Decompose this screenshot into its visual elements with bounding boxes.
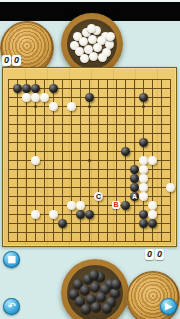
grid-line-v (134, 79, 135, 242)
black-stone (22, 84, 31, 93)
black-tray-stone (91, 302, 101, 312)
white-stone (49, 210, 58, 219)
white-tray-stone (106, 32, 115, 41)
capture-count-white: 0 (2, 55, 11, 66)
black-stone (31, 84, 40, 93)
move-label-a[interactable]: A (130, 192, 139, 201)
black-stone (130, 165, 139, 174)
white-tray-stone (98, 53, 107, 62)
grid-line-h (8, 232, 171, 233)
black-stone (85, 93, 94, 102)
undo-button[interactable]: ↶ (3, 298, 20, 315)
black-stone (13, 84, 22, 93)
white-tray-stone (80, 54, 89, 63)
forward-icon: ▶ (165, 301, 172, 311)
white-stone (166, 183, 175, 192)
black-stone (130, 183, 139, 192)
black-stone (49, 84, 58, 93)
black-stone (121, 201, 130, 210)
white-tray-stone (87, 24, 96, 33)
white-tray-stone (89, 52, 98, 61)
grid-icon: ▦ (7, 254, 16, 264)
capture-counter-bottom: 0 0 (145, 249, 164, 260)
grid-line-v (98, 79, 99, 242)
white-stone (139, 183, 148, 192)
black-stones-in-bowl (67, 265, 123, 319)
white-stone (31, 210, 40, 219)
black-tray-stone (102, 303, 112, 313)
white-stone (139, 192, 148, 201)
grid-line-v (161, 79, 162, 242)
white-stone (139, 174, 148, 183)
white-stone (148, 156, 157, 165)
move-label-c[interactable]: C (94, 192, 103, 201)
grid-line-v (125, 79, 126, 242)
white-stone (31, 93, 40, 102)
black-tray-stone (81, 304, 91, 314)
capture-counter-top: 0 0 (2, 55, 21, 66)
black-stone (148, 219, 157, 228)
black-stone (139, 93, 148, 102)
black-tray-stone (111, 279, 121, 289)
black-stone (58, 219, 67, 228)
grid-line-v (116, 79, 117, 242)
black-stone (139, 219, 148, 228)
black-stone (76, 210, 85, 219)
hoshi-point (142, 105, 145, 108)
white-tray-stone (93, 43, 102, 52)
white-stone (31, 156, 40, 165)
capture-count-white-2: 0 (155, 249, 164, 260)
white-stone (139, 165, 148, 174)
black-stone (121, 147, 130, 156)
hoshi-point (34, 105, 37, 108)
forward-button[interactable]: ▶ (160, 298, 177, 315)
white-stone (22, 93, 31, 102)
white-stones-in-bowl (67, 19, 118, 70)
app-screen: { "game": "go", "app": { "background_col… (0, 0, 180, 319)
grid-line-h (8, 241, 171, 242)
white-stone (139, 156, 148, 165)
black-stone (139, 210, 148, 219)
black-stone-bowl (61, 259, 129, 319)
black-stone (130, 174, 139, 183)
white-stone (148, 210, 157, 219)
game-button[interactable]: ▦ (3, 251, 20, 268)
hoshi-point (88, 159, 91, 162)
move-label-b[interactable]: B (112, 201, 120, 209)
go-board[interactable]: ABC (2, 67, 177, 247)
black-stone (139, 138, 148, 147)
white-stone (67, 201, 76, 210)
capture-count-black: 0 (12, 55, 21, 66)
grid-line-v (170, 79, 171, 242)
grid-line-h (8, 205, 171, 206)
white-stone (40, 93, 49, 102)
white-stone (148, 201, 157, 210)
white-stone (49, 102, 58, 111)
grid-line-v (107, 79, 108, 242)
black-tray-stone (90, 282, 100, 292)
capture-count-black-2: 0 (145, 249, 154, 260)
undo-icon: ↶ (8, 301, 16, 311)
white-stone-bowl (61, 13, 123, 75)
black-tray-stone (89, 270, 99, 280)
white-stone (67, 102, 76, 111)
black-stone (85, 210, 94, 219)
black-tray-stone (80, 285, 90, 295)
hoshi-point (88, 105, 91, 108)
black-tray-stone (96, 292, 106, 302)
white-stone (76, 201, 85, 210)
